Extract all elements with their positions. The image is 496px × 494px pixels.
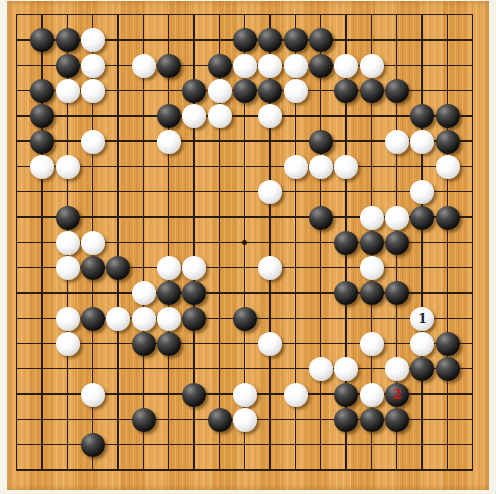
intersection[interactable] (156, 27, 181, 52)
intersection[interactable] (80, 306, 105, 331)
intersection[interactable] (384, 432, 409, 457)
intersection[interactable] (4, 2, 29, 27)
intersection[interactable] (283, 407, 308, 432)
intersection[interactable]: 2 (384, 381, 409, 406)
intersection[interactable] (460, 381, 485, 406)
intersection[interactable] (409, 27, 434, 52)
intersection[interactable] (80, 407, 105, 432)
intersection[interactable] (359, 255, 384, 280)
intersection[interactable] (435, 331, 460, 356)
intersection[interactable] (29, 204, 54, 229)
intersection[interactable] (181, 179, 206, 204)
intersection[interactable] (409, 103, 434, 128)
intersection[interactable] (181, 356, 206, 381)
intersection[interactable] (409, 154, 434, 179)
intersection[interactable] (283, 78, 308, 103)
intersection[interactable] (308, 331, 333, 356)
intersection[interactable]: 1 (409, 306, 434, 331)
intersection[interactable] (308, 381, 333, 406)
intersection[interactable] (283, 356, 308, 381)
intersection[interactable] (181, 27, 206, 52)
intersection[interactable] (333, 78, 358, 103)
intersection[interactable] (80, 356, 105, 381)
intersection[interactable] (232, 381, 257, 406)
intersection[interactable] (181, 407, 206, 432)
intersection[interactable] (80, 331, 105, 356)
intersection[interactable] (55, 53, 80, 78)
intersection[interactable] (156, 78, 181, 103)
intersection[interactable] (105, 78, 130, 103)
intersection[interactable] (460, 306, 485, 331)
intersection[interactable] (55, 457, 80, 482)
intersection[interactable] (4, 255, 29, 280)
intersection[interactable] (359, 432, 384, 457)
intersection[interactable] (156, 179, 181, 204)
intersection[interactable] (257, 230, 282, 255)
intersection[interactable] (308, 457, 333, 482)
intersection[interactable] (156, 331, 181, 356)
intersection[interactable] (29, 179, 54, 204)
intersection[interactable] (131, 280, 156, 305)
intersection[interactable] (29, 280, 54, 305)
intersection[interactable] (460, 356, 485, 381)
intersection[interactable] (257, 280, 282, 305)
intersection[interactable] (333, 255, 358, 280)
intersection[interactable] (384, 27, 409, 52)
intersection[interactable] (4, 204, 29, 229)
intersection[interactable] (4, 356, 29, 381)
intersection[interactable] (131, 103, 156, 128)
intersection[interactable] (308, 204, 333, 229)
intersection[interactable] (435, 381, 460, 406)
intersection[interactable] (207, 457, 232, 482)
intersection[interactable] (156, 230, 181, 255)
intersection[interactable] (283, 179, 308, 204)
intersection[interactable] (80, 103, 105, 128)
intersection[interactable] (55, 128, 80, 153)
intersection[interactable] (384, 407, 409, 432)
intersection[interactable] (207, 154, 232, 179)
intersection[interactable] (105, 381, 130, 406)
intersection[interactable] (105, 230, 130, 255)
intersection[interactable] (384, 331, 409, 356)
intersection[interactable] (359, 128, 384, 153)
intersection[interactable] (4, 306, 29, 331)
intersection[interactable] (359, 331, 384, 356)
intersection[interactable] (131, 154, 156, 179)
intersection[interactable] (207, 280, 232, 305)
intersection[interactable] (257, 457, 282, 482)
intersection[interactable] (156, 154, 181, 179)
intersection[interactable] (207, 356, 232, 381)
intersection[interactable] (283, 381, 308, 406)
intersection[interactable] (131, 356, 156, 381)
intersection[interactable] (283, 255, 308, 280)
intersection[interactable] (55, 103, 80, 128)
intersection[interactable] (105, 280, 130, 305)
intersection[interactable] (435, 128, 460, 153)
intersection[interactable] (257, 154, 282, 179)
intersection[interactable] (29, 103, 54, 128)
intersection[interactable] (207, 432, 232, 457)
intersection[interactable] (80, 230, 105, 255)
intersection[interactable] (333, 407, 358, 432)
intersection[interactable] (181, 331, 206, 356)
intersection[interactable] (232, 53, 257, 78)
intersection[interactable] (181, 457, 206, 482)
intersection[interactable] (156, 2, 181, 27)
intersection[interactable] (232, 407, 257, 432)
intersection[interactable] (333, 230, 358, 255)
intersection[interactable] (409, 179, 434, 204)
intersection[interactable] (80, 381, 105, 406)
intersection[interactable] (460, 53, 485, 78)
intersection[interactable] (409, 2, 434, 27)
intersection[interactable] (333, 381, 358, 406)
intersection[interactable] (4, 128, 29, 153)
intersection[interactable] (207, 381, 232, 406)
intersection[interactable] (105, 306, 130, 331)
intersection[interactable] (257, 128, 282, 153)
intersection[interactable] (435, 280, 460, 305)
intersection[interactable] (257, 27, 282, 52)
intersection[interactable] (80, 457, 105, 482)
intersection[interactable] (409, 432, 434, 457)
intersection[interactable] (156, 255, 181, 280)
intersection[interactable] (308, 280, 333, 305)
intersection[interactable] (283, 128, 308, 153)
intersection[interactable] (80, 154, 105, 179)
intersection[interactable] (207, 306, 232, 331)
intersection[interactable] (257, 103, 282, 128)
intersection[interactable] (207, 27, 232, 52)
intersection[interactable] (460, 27, 485, 52)
intersection[interactable] (80, 255, 105, 280)
intersection[interactable] (283, 154, 308, 179)
intersection[interactable] (131, 53, 156, 78)
intersection[interactable] (29, 356, 54, 381)
intersection[interactable] (333, 27, 358, 52)
intersection[interactable] (384, 154, 409, 179)
intersection[interactable] (384, 53, 409, 78)
intersection[interactable] (283, 280, 308, 305)
intersection[interactable] (4, 103, 29, 128)
intersection[interactable] (283, 27, 308, 52)
intersection[interactable] (156, 381, 181, 406)
intersection[interactable] (257, 78, 282, 103)
intersection[interactable] (156, 306, 181, 331)
intersection[interactable] (409, 230, 434, 255)
intersection[interactable] (207, 179, 232, 204)
intersection[interactable] (359, 381, 384, 406)
intersection[interactable] (283, 2, 308, 27)
intersection[interactable] (29, 432, 54, 457)
intersection[interactable] (105, 457, 130, 482)
intersection[interactable] (257, 407, 282, 432)
intersection[interactable] (207, 230, 232, 255)
intersection[interactable] (181, 53, 206, 78)
intersection[interactable] (308, 78, 333, 103)
intersection[interactable] (232, 457, 257, 482)
intersection[interactable] (384, 457, 409, 482)
intersection[interactable] (131, 204, 156, 229)
intersection[interactable] (308, 306, 333, 331)
intersection[interactable] (257, 432, 282, 457)
intersection[interactable] (181, 103, 206, 128)
intersection[interactable] (105, 204, 130, 229)
intersection[interactable] (409, 53, 434, 78)
intersection[interactable] (460, 78, 485, 103)
intersection[interactable] (460, 128, 485, 153)
intersection[interactable] (55, 154, 80, 179)
intersection[interactable] (29, 230, 54, 255)
intersection[interactable] (384, 280, 409, 305)
intersection[interactable] (131, 255, 156, 280)
intersection[interactable] (131, 230, 156, 255)
intersection[interactable] (181, 78, 206, 103)
intersection[interactable] (29, 306, 54, 331)
intersection[interactable] (308, 230, 333, 255)
intersection[interactable] (181, 204, 206, 229)
intersection[interactable] (131, 381, 156, 406)
intersection[interactable] (257, 179, 282, 204)
intersection[interactable] (207, 204, 232, 229)
intersection[interactable] (359, 356, 384, 381)
intersection[interactable] (460, 103, 485, 128)
intersection[interactable] (333, 280, 358, 305)
intersection[interactable] (181, 432, 206, 457)
intersection[interactable] (29, 154, 54, 179)
intersection[interactable] (435, 53, 460, 78)
intersection[interactable] (181, 255, 206, 280)
intersection[interactable] (257, 356, 282, 381)
intersection[interactable] (4, 230, 29, 255)
intersection[interactable] (232, 306, 257, 331)
intersection[interactable] (105, 255, 130, 280)
intersection[interactable] (55, 230, 80, 255)
intersection[interactable] (359, 103, 384, 128)
intersection[interactable] (131, 179, 156, 204)
intersection[interactable] (181, 154, 206, 179)
intersection[interactable] (80, 27, 105, 52)
intersection[interactable] (55, 432, 80, 457)
intersection[interactable] (308, 407, 333, 432)
intersection[interactable] (55, 179, 80, 204)
intersection[interactable] (55, 280, 80, 305)
intersection[interactable] (131, 2, 156, 27)
intersection[interactable] (460, 280, 485, 305)
intersection[interactable] (131, 27, 156, 52)
intersection[interactable] (308, 356, 333, 381)
intersection[interactable] (409, 280, 434, 305)
intersection[interactable] (131, 407, 156, 432)
intersection[interactable] (80, 280, 105, 305)
intersection[interactable] (156, 432, 181, 457)
intersection[interactable] (333, 154, 358, 179)
intersection[interactable] (232, 280, 257, 305)
intersection[interactable] (409, 128, 434, 153)
intersection[interactable] (29, 2, 54, 27)
intersection[interactable] (207, 53, 232, 78)
intersection[interactable] (105, 331, 130, 356)
intersection[interactable] (384, 128, 409, 153)
intersection[interactable] (333, 53, 358, 78)
intersection[interactable] (207, 128, 232, 153)
intersection[interactable] (131, 128, 156, 153)
intersection[interactable] (308, 27, 333, 52)
intersection[interactable] (55, 356, 80, 381)
intersection[interactable] (4, 78, 29, 103)
intersection[interactable] (359, 204, 384, 229)
intersection[interactable] (156, 204, 181, 229)
intersection[interactable] (232, 179, 257, 204)
intersection[interactable] (359, 407, 384, 432)
intersection[interactable] (359, 154, 384, 179)
intersection[interactable] (55, 331, 80, 356)
intersection[interactable] (207, 407, 232, 432)
intersection[interactable] (257, 53, 282, 78)
intersection[interactable] (207, 78, 232, 103)
intersection[interactable] (409, 331, 434, 356)
intersection[interactable] (29, 331, 54, 356)
intersection[interactable] (4, 457, 29, 482)
intersection[interactable] (435, 356, 460, 381)
intersection[interactable] (257, 255, 282, 280)
intersection[interactable] (333, 103, 358, 128)
intersection[interactable] (181, 128, 206, 153)
intersection[interactable] (4, 179, 29, 204)
intersection[interactable] (156, 128, 181, 153)
intersection[interactable] (55, 306, 80, 331)
intersection[interactable] (232, 432, 257, 457)
intersection[interactable] (4, 407, 29, 432)
intersection[interactable] (80, 53, 105, 78)
intersection[interactable] (257, 331, 282, 356)
intersection[interactable] (435, 78, 460, 103)
intersection[interactable] (80, 432, 105, 457)
intersection[interactable] (156, 356, 181, 381)
intersection[interactable] (156, 457, 181, 482)
intersection[interactable] (232, 128, 257, 153)
intersection[interactable] (257, 306, 282, 331)
intersection[interactable] (55, 27, 80, 52)
intersection[interactable] (333, 179, 358, 204)
intersection[interactable] (29, 457, 54, 482)
intersection[interactable] (283, 331, 308, 356)
intersection[interactable] (232, 103, 257, 128)
intersection[interactable] (435, 27, 460, 52)
intersection[interactable] (4, 331, 29, 356)
intersection[interactable] (333, 204, 358, 229)
intersection[interactable] (359, 306, 384, 331)
intersection[interactable] (333, 331, 358, 356)
intersection[interactable] (460, 432, 485, 457)
intersection[interactable] (232, 27, 257, 52)
intersection[interactable] (257, 2, 282, 27)
intersection[interactable] (4, 53, 29, 78)
intersection[interactable] (384, 204, 409, 229)
intersection[interactable] (29, 128, 54, 153)
intersection[interactable] (359, 457, 384, 482)
intersection[interactable] (359, 27, 384, 52)
intersection[interactable] (409, 356, 434, 381)
intersection[interactable] (308, 179, 333, 204)
intersection[interactable] (409, 204, 434, 229)
intersection[interactable] (460, 457, 485, 482)
intersection[interactable] (105, 128, 130, 153)
intersection[interactable] (435, 103, 460, 128)
intersection[interactable] (333, 128, 358, 153)
intersection[interactable] (156, 407, 181, 432)
intersection[interactable] (29, 27, 54, 52)
intersection[interactable] (232, 2, 257, 27)
intersection[interactable] (131, 331, 156, 356)
intersection[interactable] (4, 432, 29, 457)
intersection[interactable] (409, 457, 434, 482)
intersection[interactable] (409, 78, 434, 103)
intersection[interactable] (29, 53, 54, 78)
intersection[interactable] (460, 204, 485, 229)
intersection[interactable] (105, 179, 130, 204)
intersection[interactable] (435, 2, 460, 27)
intersection[interactable] (105, 103, 130, 128)
intersection[interactable] (232, 154, 257, 179)
intersection[interactable] (257, 381, 282, 406)
intersection[interactable] (105, 154, 130, 179)
intersection[interactable] (4, 154, 29, 179)
intersection[interactable] (435, 432, 460, 457)
intersection[interactable] (460, 331, 485, 356)
intersection[interactable] (4, 27, 29, 52)
intersection[interactable] (55, 255, 80, 280)
intersection[interactable] (29, 381, 54, 406)
intersection[interactable] (207, 331, 232, 356)
intersection[interactable] (435, 204, 460, 229)
intersection[interactable] (283, 432, 308, 457)
intersection[interactable] (156, 53, 181, 78)
intersection[interactable] (131, 78, 156, 103)
intersection[interactable] (232, 78, 257, 103)
intersection[interactable] (80, 78, 105, 103)
intersection[interactable] (105, 432, 130, 457)
intersection[interactable] (156, 280, 181, 305)
intersection[interactable] (257, 204, 282, 229)
intersection[interactable] (207, 2, 232, 27)
intersection[interactable] (460, 255, 485, 280)
intersection[interactable] (283, 306, 308, 331)
intersection[interactable] (232, 204, 257, 229)
intersection[interactable] (308, 53, 333, 78)
intersection[interactable] (181, 2, 206, 27)
intersection[interactable] (460, 179, 485, 204)
intersection[interactable] (55, 407, 80, 432)
intersection[interactable] (80, 204, 105, 229)
intersection[interactable] (131, 432, 156, 457)
intersection[interactable] (131, 306, 156, 331)
intersection[interactable] (80, 2, 105, 27)
intersection[interactable] (435, 457, 460, 482)
intersection[interactable] (232, 255, 257, 280)
intersection[interactable] (55, 381, 80, 406)
intersection[interactable] (384, 306, 409, 331)
intersection[interactable] (131, 457, 156, 482)
intersection[interactable] (460, 230, 485, 255)
intersection[interactable] (435, 230, 460, 255)
intersection[interactable] (435, 179, 460, 204)
intersection[interactable] (283, 103, 308, 128)
intersection[interactable] (435, 255, 460, 280)
intersection[interactable] (308, 2, 333, 27)
